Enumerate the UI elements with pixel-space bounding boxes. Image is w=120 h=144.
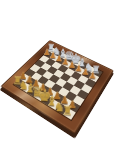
silver-pawn-h7: ♟	[84, 71, 101, 81]
chess-set-product-photo: ♜♞♝♛♚♝♞♜♟♟♟♟♟♟♟♟♟♟♟♟♟♟♟♟♜♞♝♛♚♝♞♜	[0, 0, 120, 144]
scene: ♜♞♝♛♚♝♞♜♟♟♟♟♟♟♟♟♟♟♟♟♟♟♟♟♜♞♝♛♚♝♞♜	[0, 0, 120, 144]
gold-rook-h1: ♜	[58, 105, 77, 118]
square-h1: ♜	[63, 108, 76, 120]
chess-board: ♜♞♝♛♚♝♞♜♟♟♟♟♟♟♟♟♟♟♟♟♟♟♟♟♜♞♝♛♚♝♞♜	[0, 40, 114, 134]
board-tilt-wrapper: ♜♞♝♛♚♝♞♜♟♟♟♟♟♟♟♟♟♟♟♟♟♟♟♟♜♞♝♛♚♝♞♜	[0, 40, 114, 134]
